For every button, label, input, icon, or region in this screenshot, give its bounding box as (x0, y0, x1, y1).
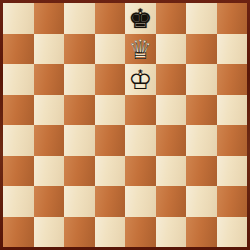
square-c6[interactable] (64, 64, 95, 95)
chess-board: ♚♛♕♚♔ (3, 3, 247, 247)
square-g1[interactable] (186, 217, 217, 248)
square-b1[interactable] (34, 217, 65, 248)
square-h3[interactable] (217, 156, 248, 187)
board-frame: ♚♛♕♚♔ (0, 0, 250, 250)
square-b5[interactable] (34, 95, 65, 126)
square-e7[interactable]: ♛♕ (125, 34, 156, 65)
square-h7[interactable] (217, 34, 248, 65)
square-h2[interactable] (217, 186, 248, 217)
square-d8[interactable] (95, 3, 126, 34)
square-h1[interactable] (217, 217, 248, 248)
square-d1[interactable] (95, 217, 126, 248)
square-f6[interactable] (156, 64, 187, 95)
square-f7[interactable] (156, 34, 187, 65)
black-king-piece[interactable]: ♚ (125, 3, 156, 34)
square-e5[interactable] (125, 95, 156, 126)
square-g6[interactable] (186, 64, 217, 95)
square-c7[interactable] (64, 34, 95, 65)
square-c4[interactable] (64, 125, 95, 156)
square-h4[interactable] (217, 125, 248, 156)
square-e3[interactable] (125, 156, 156, 187)
square-b3[interactable] (34, 156, 65, 187)
square-a1[interactable] (3, 217, 34, 248)
white-king-icon: ♔ (125, 64, 156, 95)
square-a6[interactable] (3, 64, 34, 95)
square-e2[interactable] (125, 186, 156, 217)
square-c3[interactable] (64, 156, 95, 187)
square-f5[interactable] (156, 95, 187, 126)
square-b6[interactable] (34, 64, 65, 95)
square-h5[interactable] (217, 95, 248, 126)
square-e8[interactable]: ♚ (125, 3, 156, 34)
square-f2[interactable] (156, 186, 187, 217)
white-queen-fill-glyph: ♛ (125, 34, 156, 65)
square-b8[interactable] (34, 3, 65, 34)
square-e4[interactable] (125, 125, 156, 156)
square-f1[interactable] (156, 217, 187, 248)
white-king-fill-glyph: ♚ (125, 64, 156, 95)
square-a7[interactable] (3, 34, 34, 65)
square-e1[interactable] (125, 217, 156, 248)
square-a2[interactable] (3, 186, 34, 217)
square-d5[interactable] (95, 95, 126, 126)
square-d2[interactable] (95, 186, 126, 217)
square-f3[interactable] (156, 156, 187, 187)
square-a5[interactable] (3, 95, 34, 126)
square-d4[interactable] (95, 125, 126, 156)
white-queen-icon: ♕ (125, 34, 156, 65)
square-b4[interactable] (34, 125, 65, 156)
square-c5[interactable] (64, 95, 95, 126)
square-a3[interactable] (3, 156, 34, 187)
square-d6[interactable] (95, 64, 126, 95)
square-f4[interactable] (156, 125, 187, 156)
square-g5[interactable] (186, 95, 217, 126)
square-g8[interactable] (186, 3, 217, 34)
square-g7[interactable] (186, 34, 217, 65)
square-b7[interactable] (34, 34, 65, 65)
square-b2[interactable] (34, 186, 65, 217)
white-queen-piece[interactable]: ♛♕ (125, 34, 156, 65)
black-king-icon: ♚ (125, 3, 156, 34)
square-d3[interactable] (95, 156, 126, 187)
square-f8[interactable] (156, 3, 187, 34)
square-e6[interactable]: ♚♔ (125, 64, 156, 95)
square-c8[interactable] (64, 3, 95, 34)
square-a4[interactable] (3, 125, 34, 156)
square-a8[interactable] (3, 3, 34, 34)
square-c2[interactable] (64, 186, 95, 217)
square-g4[interactable] (186, 125, 217, 156)
square-g2[interactable] (186, 186, 217, 217)
square-c1[interactable] (64, 217, 95, 248)
square-d7[interactable] (95, 34, 126, 65)
square-g3[interactable] (186, 156, 217, 187)
square-h8[interactable] (217, 3, 248, 34)
white-king-piece[interactable]: ♚♔ (125, 64, 156, 95)
square-h6[interactable] (217, 64, 248, 95)
